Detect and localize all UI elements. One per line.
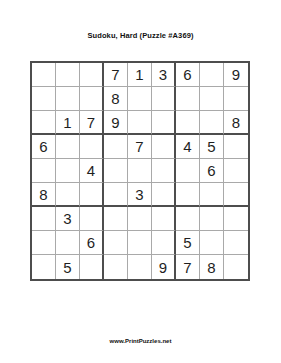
cell-r2c4[interactable]: 8 — [104, 87, 128, 111]
cell-r1c4[interactable]: 7 — [104, 63, 128, 87]
cell-r5c7[interactable] — [176, 159, 200, 183]
cell-r4c6[interactable] — [152, 135, 176, 159]
cell-r6c8[interactable] — [200, 183, 224, 207]
cell-r5c3[interactable]: 4 — [80, 159, 104, 183]
cell-r9c9[interactable] — [224, 255, 248, 279]
cell-r7c3[interactable] — [80, 207, 104, 231]
cell-r5c6[interactable] — [152, 159, 176, 183]
cell-r8c9[interactable] — [224, 231, 248, 255]
footer-url: www.PrintPuzzles.net — [0, 338, 281, 344]
cell-r9c2[interactable]: 5 — [56, 255, 80, 279]
cell-r3c7[interactable] — [176, 111, 200, 135]
cell-r7c6[interactable] — [152, 207, 176, 231]
cell-r7c8[interactable] — [200, 207, 224, 231]
cell-r7c4[interactable] — [104, 207, 128, 231]
cell-r1c2[interactable] — [56, 63, 80, 87]
cell-r9c6[interactable]: 9 — [152, 255, 176, 279]
cell-r9c7[interactable]: 7 — [176, 255, 200, 279]
cell-r8c7[interactable]: 5 — [176, 231, 200, 255]
cell-r7c5[interactable] — [128, 207, 152, 231]
cell-r4c7[interactable]: 4 — [176, 135, 200, 159]
cell-r2c6[interactable] — [152, 87, 176, 111]
cell-r8c4[interactable] — [104, 231, 128, 255]
cell-r4c2[interactable] — [56, 135, 80, 159]
cell-r8c1[interactable] — [32, 231, 56, 255]
cell-r3c4[interactable]: 9 — [104, 111, 128, 135]
cell-r4c9[interactable] — [224, 135, 248, 159]
cell-r9c4[interactable] — [104, 255, 128, 279]
cell-r4c5[interactable]: 7 — [128, 135, 152, 159]
cell-r2c7[interactable] — [176, 87, 200, 111]
cell-r2c1[interactable] — [32, 87, 56, 111]
cell-r8c8[interactable] — [200, 231, 224, 255]
cell-r6c6[interactable] — [152, 183, 176, 207]
cell-r3c3[interactable]: 7 — [80, 111, 104, 135]
cell-r4c8[interactable]: 5 — [200, 135, 224, 159]
cell-r3c5[interactable] — [128, 111, 152, 135]
cell-r4c1[interactable]: 6 — [32, 135, 56, 159]
cell-r1c9[interactable]: 9 — [224, 63, 248, 87]
cell-r8c5[interactable] — [128, 231, 152, 255]
cell-r9c3[interactable] — [80, 255, 104, 279]
cell-r7c2[interactable]: 3 — [56, 207, 80, 231]
cell-r1c1[interactable] — [32, 63, 56, 87]
cell-r2c3[interactable] — [80, 87, 104, 111]
cell-r1c8[interactable] — [200, 63, 224, 87]
cell-r6c3[interactable] — [80, 183, 104, 207]
cell-r6c5[interactable]: 3 — [128, 183, 152, 207]
puzzle-title: Sudoku, Hard (Puzzle #A369) — [0, 31, 281, 40]
cell-r4c3[interactable] — [80, 135, 104, 159]
cell-r5c5[interactable] — [128, 159, 152, 183]
cell-r9c1[interactable] — [32, 255, 56, 279]
cell-r6c7[interactable] — [176, 183, 200, 207]
cell-r3c1[interactable] — [32, 111, 56, 135]
cell-r2c8[interactable] — [200, 87, 224, 111]
cell-r3c6[interactable] — [152, 111, 176, 135]
cell-r5c2[interactable] — [56, 159, 80, 183]
sudoku-grid: 7136981798674546833655978 — [30, 61, 250, 281]
cell-r9c5[interactable] — [128, 255, 152, 279]
cell-r5c4[interactable] — [104, 159, 128, 183]
page: Sudoku, Hard (Puzzle #A369) 713698179867… — [0, 0, 281, 363]
cell-r1c6[interactable]: 3 — [152, 63, 176, 87]
cell-r5c9[interactable] — [224, 159, 248, 183]
cell-r7c1[interactable] — [32, 207, 56, 231]
cell-r8c3[interactable]: 6 — [80, 231, 104, 255]
cell-r1c3[interactable] — [80, 63, 104, 87]
cell-r7c9[interactable] — [224, 207, 248, 231]
cell-r4c4[interactable] — [104, 135, 128, 159]
cell-r3c9[interactable]: 8 — [224, 111, 248, 135]
cell-r3c8[interactable] — [200, 111, 224, 135]
cell-r2c2[interactable] — [56, 87, 80, 111]
cell-r8c6[interactable] — [152, 231, 176, 255]
cell-r9c8[interactable]: 8 — [200, 255, 224, 279]
cell-r7c7[interactable] — [176, 207, 200, 231]
cell-r1c5[interactable]: 1 — [128, 63, 152, 87]
cell-r5c8[interactable]: 6 — [200, 159, 224, 183]
cell-r6c4[interactable] — [104, 183, 128, 207]
cell-r3c2[interactable]: 1 — [56, 111, 80, 135]
cell-r5c1[interactable] — [32, 159, 56, 183]
cell-r1c7[interactable]: 6 — [176, 63, 200, 87]
cell-r8c2[interactable] — [56, 231, 80, 255]
cell-r2c9[interactable] — [224, 87, 248, 111]
cell-r6c9[interactable] — [224, 183, 248, 207]
cell-r6c1[interactable]: 8 — [32, 183, 56, 207]
cell-r6c2[interactable] — [56, 183, 80, 207]
cell-r2c5[interactable] — [128, 87, 152, 111]
